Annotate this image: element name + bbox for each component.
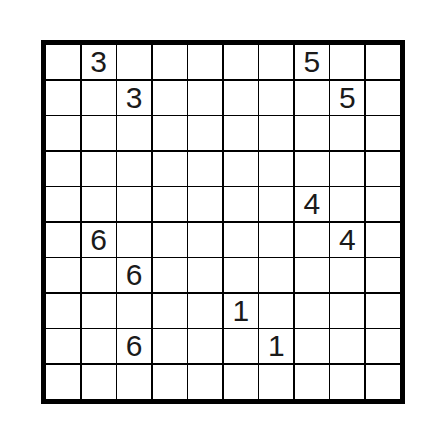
cell-r2c7[interactable] <box>259 81 293 115</box>
cell-r8c5[interactable] <box>188 294 222 328</box>
clue-cell-r1c8: 5 <box>295 45 329 79</box>
cell-r10c9[interactable] <box>330 365 364 399</box>
cell-r10c3[interactable] <box>117 365 151 399</box>
cell-r10c1[interactable] <box>46 365 80 399</box>
cell-r3c4[interactable] <box>153 116 187 150</box>
cell-r3c10[interactable] <box>366 116 400 150</box>
cell-r8c2[interactable] <box>82 294 116 328</box>
cell-r8c3[interactable] <box>117 294 151 328</box>
cell-r1c9[interactable] <box>330 45 364 79</box>
cell-r4c3[interactable] <box>117 152 151 186</box>
cell-r7c2[interactable] <box>82 258 116 292</box>
cell-r2c8[interactable] <box>295 81 329 115</box>
cell-r6c8[interactable] <box>295 223 329 257</box>
cell-r4c6[interactable] <box>224 152 258 186</box>
cell-r6c10[interactable] <box>366 223 400 257</box>
cell-r3c6[interactable] <box>224 116 258 150</box>
cell-r4c10[interactable] <box>366 152 400 186</box>
cell-r3c9[interactable] <box>330 116 364 150</box>
cell-r2c4[interactable] <box>153 81 187 115</box>
cell-r9c4[interactable] <box>153 329 187 363</box>
cell-r2c10[interactable] <box>366 81 400 115</box>
cell-r10c10[interactable] <box>366 365 400 399</box>
cell-r7c6[interactable] <box>224 258 258 292</box>
cell-r7c5[interactable] <box>188 258 222 292</box>
cell-r4c9[interactable] <box>330 152 364 186</box>
cell-r2c5[interactable] <box>188 81 222 115</box>
cell-r1c6[interactable] <box>224 45 258 79</box>
cell-r5c9[interactable] <box>330 187 364 221</box>
cell-r10c5[interactable] <box>188 365 222 399</box>
cell-r4c1[interactable] <box>46 152 80 186</box>
cell-r1c5[interactable] <box>188 45 222 79</box>
clue-cell-r7c3: 6 <box>117 258 151 292</box>
cell-r9c6[interactable] <box>224 329 258 363</box>
puzzle-board: 35354646161 <box>41 40 405 404</box>
cell-r4c4[interactable] <box>153 152 187 186</box>
cell-r3c3[interactable] <box>117 116 151 150</box>
cell-r4c5[interactable] <box>188 152 222 186</box>
clue-cell-r1c2: 3 <box>82 45 116 79</box>
cell-r3c8[interactable] <box>295 116 329 150</box>
cell-r6c7[interactable] <box>259 223 293 257</box>
cell-r9c8[interactable] <box>295 329 329 363</box>
cell-r4c7[interactable] <box>259 152 293 186</box>
cell-r5c2[interactable] <box>82 187 116 221</box>
cell-r5c3[interactable] <box>117 187 151 221</box>
clue-cell-r9c7: 1 <box>259 329 293 363</box>
cell-r9c1[interactable] <box>46 329 80 363</box>
cell-r1c7[interactable] <box>259 45 293 79</box>
cell-r3c7[interactable] <box>259 116 293 150</box>
cell-r7c8[interactable] <box>295 258 329 292</box>
cell-r8c7[interactable] <box>259 294 293 328</box>
cell-r7c9[interactable] <box>330 258 364 292</box>
cell-r2c1[interactable] <box>46 81 80 115</box>
cell-r9c2[interactable] <box>82 329 116 363</box>
cell-r3c1[interactable] <box>46 116 80 150</box>
cell-r5c7[interactable] <box>259 187 293 221</box>
cell-r6c3[interactable] <box>117 223 151 257</box>
clue-cell-r8c6: 1 <box>224 294 258 328</box>
cell-r6c6[interactable] <box>224 223 258 257</box>
clue-cell-r5c8: 4 <box>295 187 329 221</box>
cell-r4c8[interactable] <box>295 152 329 186</box>
cell-r1c1[interactable] <box>46 45 80 79</box>
cell-r6c1[interactable] <box>46 223 80 257</box>
cell-r8c1[interactable] <box>46 294 80 328</box>
cell-r5c5[interactable] <box>188 187 222 221</box>
cell-r9c5[interactable] <box>188 329 222 363</box>
cell-r1c3[interactable] <box>117 45 151 79</box>
cell-r8c4[interactable] <box>153 294 187 328</box>
cell-r7c4[interactable] <box>153 258 187 292</box>
cell-r10c4[interactable] <box>153 365 187 399</box>
cell-r3c2[interactable] <box>82 116 116 150</box>
clue-cell-r2c3: 3 <box>117 81 151 115</box>
cell-r10c2[interactable] <box>82 365 116 399</box>
cell-r10c8[interactable] <box>295 365 329 399</box>
cell-r7c7[interactable] <box>259 258 293 292</box>
cell-r1c4[interactable] <box>153 45 187 79</box>
cell-r4c2[interactable] <box>82 152 116 186</box>
cell-r2c6[interactable] <box>224 81 258 115</box>
cell-r8c9[interactable] <box>330 294 364 328</box>
cell-r8c8[interactable] <box>295 294 329 328</box>
clue-cell-r9c3: 6 <box>117 329 151 363</box>
cell-r5c1[interactable] <box>46 187 80 221</box>
cell-r6c4[interactable] <box>153 223 187 257</box>
cell-r5c10[interactable] <box>366 187 400 221</box>
cell-r3c5[interactable] <box>188 116 222 150</box>
clue-cell-r2c9: 5 <box>330 81 364 115</box>
clue-cell-r6c2: 6 <box>82 223 116 257</box>
cell-r5c4[interactable] <box>153 187 187 221</box>
cell-r10c7[interactable] <box>259 365 293 399</box>
cell-r9c9[interactable] <box>330 329 364 363</box>
cell-r7c10[interactable] <box>366 258 400 292</box>
cell-r9c10[interactable] <box>366 329 400 363</box>
cell-r5c6[interactable] <box>224 187 258 221</box>
cell-r6c5[interactable] <box>188 223 222 257</box>
cell-r7c1[interactable] <box>46 258 80 292</box>
puzzle-board-container: 35354646161 <box>41 40 405 404</box>
cell-r1c10[interactable] <box>366 45 400 79</box>
cell-r2c2[interactable] <box>82 81 116 115</box>
cell-r10c6[interactable] <box>224 365 258 399</box>
cell-r8c10[interactable] <box>366 294 400 328</box>
clue-cell-r6c9: 4 <box>330 223 364 257</box>
